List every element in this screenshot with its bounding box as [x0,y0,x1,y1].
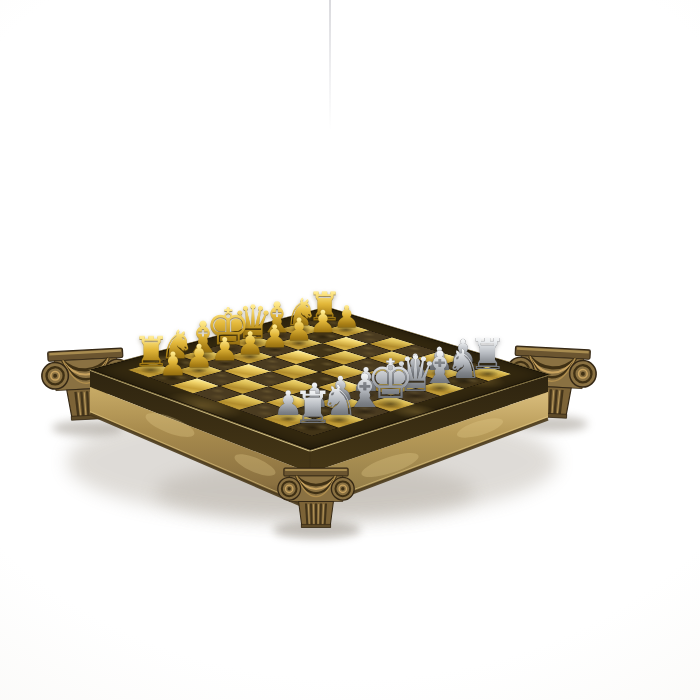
ionic-foot-left [41,348,133,422]
piece-white-pawn[interactable]: ♟ [158,348,187,380]
piece-white-pawn[interactable]: ♟ [261,321,289,352]
piece-white-pawn[interactable]: ♟ [236,327,264,358]
piece-black-rook[interactable]: ♜ [293,385,333,430]
front-foot-shadow [273,521,361,539]
piece-white-pawn[interactable]: ♟ [185,341,214,373]
product-photo-stage: ♜♞♝♛♚♝♞♜♟♟♟♟♟♟♟♟♟♟♟♟♟♟♟♟♜♞♝♛♚♝♞♜ [0,0,700,700]
ionic-foot-front [278,468,354,528]
right-foot-shadow [516,416,588,432]
left-foot-shadow [52,420,124,436]
piece-white-pawn[interactable]: ♟ [285,314,313,345]
piece-white-pawn[interactable]: ♟ [211,334,239,366]
piece-white-pawn[interactable]: ♟ [333,302,360,332]
piece-white-pawn[interactable]: ♟ [309,308,336,339]
hanging-thread [329,0,331,130]
